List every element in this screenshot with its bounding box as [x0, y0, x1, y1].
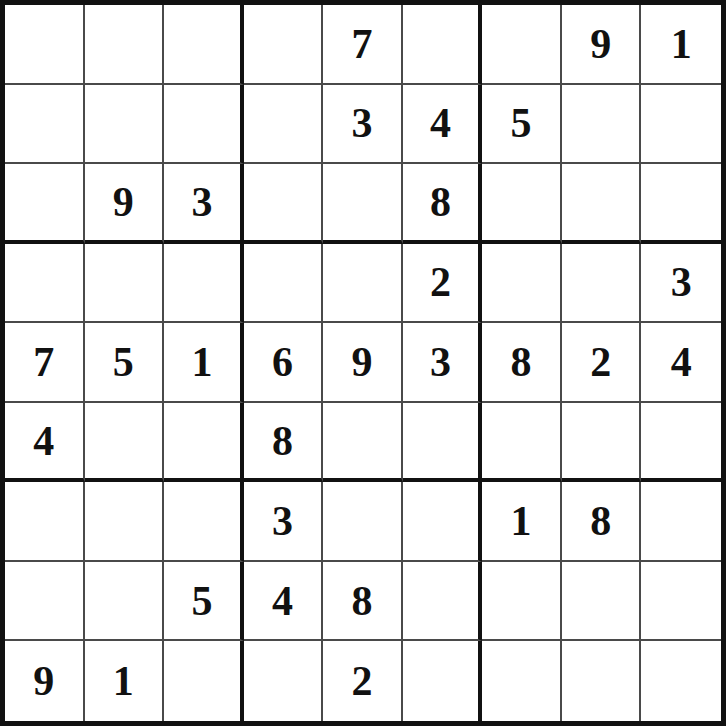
- cell-r9c7[interactable]: [482, 641, 562, 721]
- cell-r4c2[interactable]: [85, 244, 165, 324]
- cell-r4c3[interactable]: [164, 244, 244, 324]
- cell-r3c8[interactable]: [562, 164, 642, 244]
- given-digit: 5: [511, 102, 532, 144]
- page: 7913459382375169382448318548912: [0, 0, 726, 726]
- cell-r9c4[interactable]: [244, 641, 324, 721]
- cell-r7c7[interactable]: 1: [482, 482, 562, 562]
- cell-r2c5[interactable]: 3: [323, 85, 403, 165]
- given-digit: 1: [191, 341, 212, 383]
- cell-r5c6[interactable]: 3: [403, 323, 483, 403]
- cell-r7c2[interactable]: [85, 482, 165, 562]
- cell-r6c3[interactable]: [164, 403, 244, 483]
- given-digit: 1: [671, 23, 692, 65]
- given-digit: 3: [191, 181, 212, 223]
- cell-r4c1[interactable]: [5, 244, 85, 324]
- cell-r2c9[interactable]: [641, 85, 721, 165]
- cell-r8c2[interactable]: [85, 562, 165, 642]
- cell-r2c1[interactable]: [5, 85, 85, 165]
- given-digit: 5: [113, 341, 134, 383]
- cell-r6c5[interactable]: [323, 403, 403, 483]
- cell-r9c9[interactable]: [641, 641, 721, 721]
- given-digit: 4: [430, 102, 451, 144]
- cell-r8c4[interactable]: 4: [244, 562, 324, 642]
- given-digit: 2: [351, 660, 372, 702]
- cell-r4c7[interactable]: [482, 244, 562, 324]
- cell-r6c4[interactable]: 8: [244, 403, 324, 483]
- cell-r9c8[interactable]: [562, 641, 642, 721]
- cell-r7c8[interactable]: 8: [562, 482, 642, 562]
- given-digit: 7: [351, 23, 372, 65]
- cell-r3c5[interactable]: [323, 164, 403, 244]
- cell-r7c6[interactable]: [403, 482, 483, 562]
- cell-r9c3[interactable]: [164, 641, 244, 721]
- cell-r4c5[interactable]: [323, 244, 403, 324]
- cell-r8c8[interactable]: [562, 562, 642, 642]
- cell-r8c7[interactable]: [482, 562, 562, 642]
- cell-r5c4[interactable]: 6: [244, 323, 324, 403]
- cell-r5c5[interactable]: 9: [323, 323, 403, 403]
- cell-r7c1[interactable]: [5, 482, 85, 562]
- cell-r1c8[interactable]: 9: [562, 5, 642, 85]
- cell-r9c5[interactable]: 2: [323, 641, 403, 721]
- cell-r5c8[interactable]: 2: [562, 323, 642, 403]
- cell-r3c9[interactable]: [641, 164, 721, 244]
- cell-r6c7[interactable]: [482, 403, 562, 483]
- cell-r1c4[interactable]: [244, 5, 324, 85]
- cell-r9c2[interactable]: 1: [85, 641, 165, 721]
- given-digit: 8: [351, 580, 372, 622]
- given-digit: 3: [430, 341, 451, 383]
- given-digit: 4: [272, 580, 293, 622]
- cell-r8c6[interactable]: [403, 562, 483, 642]
- cell-r8c5[interactable]: 8: [323, 562, 403, 642]
- cell-r1c7[interactable]: [482, 5, 562, 85]
- cell-r8c9[interactable]: [641, 562, 721, 642]
- cell-r5c1[interactable]: 7: [5, 323, 85, 403]
- sudoku-board: 7913459382375169382448318548912: [0, 0, 726, 726]
- given-digit: 3: [272, 500, 293, 542]
- cell-r1c6[interactable]: [403, 5, 483, 85]
- given-digit: 6: [272, 341, 293, 383]
- cell-r4c6[interactable]: 2: [403, 244, 483, 324]
- given-digit: 3: [671, 261, 692, 303]
- cell-r6c6[interactable]: [403, 403, 483, 483]
- given-digit: 9: [351, 341, 372, 383]
- cell-r3c2[interactable]: 9: [85, 164, 165, 244]
- cell-r1c5[interactable]: 7: [323, 5, 403, 85]
- cell-r4c9[interactable]: 3: [641, 244, 721, 324]
- given-digit: 8: [430, 181, 451, 223]
- given-digit: 5: [191, 580, 212, 622]
- given-digit: 1: [511, 500, 532, 542]
- cell-r3c6[interactable]: 8: [403, 164, 483, 244]
- given-digit: 9: [33, 660, 54, 702]
- given-digit: 9: [113, 181, 134, 223]
- cell-r4c4[interactable]: [244, 244, 324, 324]
- cell-r6c9[interactable]: [641, 403, 721, 483]
- cell-r1c3[interactable]: [164, 5, 244, 85]
- cell-r2c6[interactable]: 4: [403, 85, 483, 165]
- given-digit: 8: [511, 341, 532, 383]
- cell-r6c1[interactable]: 4: [5, 403, 85, 483]
- cell-r6c2[interactable]: [85, 403, 165, 483]
- given-digit: 1: [113, 660, 134, 702]
- cell-r7c4[interactable]: 3: [244, 482, 324, 562]
- cell-r4c8[interactable]: [562, 244, 642, 324]
- given-digit: 9: [590, 23, 611, 65]
- cell-r7c3[interactable]: [164, 482, 244, 562]
- cell-r5c3[interactable]: 1: [164, 323, 244, 403]
- cell-r8c3[interactable]: 5: [164, 562, 244, 642]
- cell-r5c2[interactable]: 5: [85, 323, 165, 403]
- given-digit: 4: [33, 420, 54, 462]
- cell-r7c9[interactable]: [641, 482, 721, 562]
- given-digit: 4: [671, 341, 692, 383]
- cell-r1c1[interactable]: [5, 5, 85, 85]
- cell-r8c1[interactable]: [5, 562, 85, 642]
- given-digit: 8: [272, 420, 293, 462]
- cell-r2c8[interactable]: [562, 85, 642, 165]
- cell-r1c2[interactable]: [85, 5, 165, 85]
- cell-r9c6[interactable]: [403, 641, 483, 721]
- cell-r3c1[interactable]: [5, 164, 85, 244]
- cell-r2c2[interactable]: [85, 85, 165, 165]
- cell-r3c3[interactable]: 3: [164, 164, 244, 244]
- given-digit: 2: [590, 341, 611, 383]
- given-digit: 3: [351, 102, 372, 144]
- cell-r3c7[interactable]: [482, 164, 562, 244]
- cell-r5c9[interactable]: 4: [641, 323, 721, 403]
- given-digit: 8: [590, 500, 611, 542]
- cell-r2c4[interactable]: [244, 85, 324, 165]
- given-digit: 7: [33, 341, 54, 383]
- cell-r7c5[interactable]: [323, 482, 403, 562]
- cell-r2c3[interactable]: [164, 85, 244, 165]
- cell-r6c8[interactable]: [562, 403, 642, 483]
- cell-r3c4[interactable]: [244, 164, 324, 244]
- cell-r2c7[interactable]: 5: [482, 85, 562, 165]
- given-digit: 2: [430, 261, 451, 303]
- cell-r5c7[interactable]: 8: [482, 323, 562, 403]
- cell-r1c9[interactable]: 1: [641, 5, 721, 85]
- cell-r9c1[interactable]: 9: [5, 641, 85, 721]
